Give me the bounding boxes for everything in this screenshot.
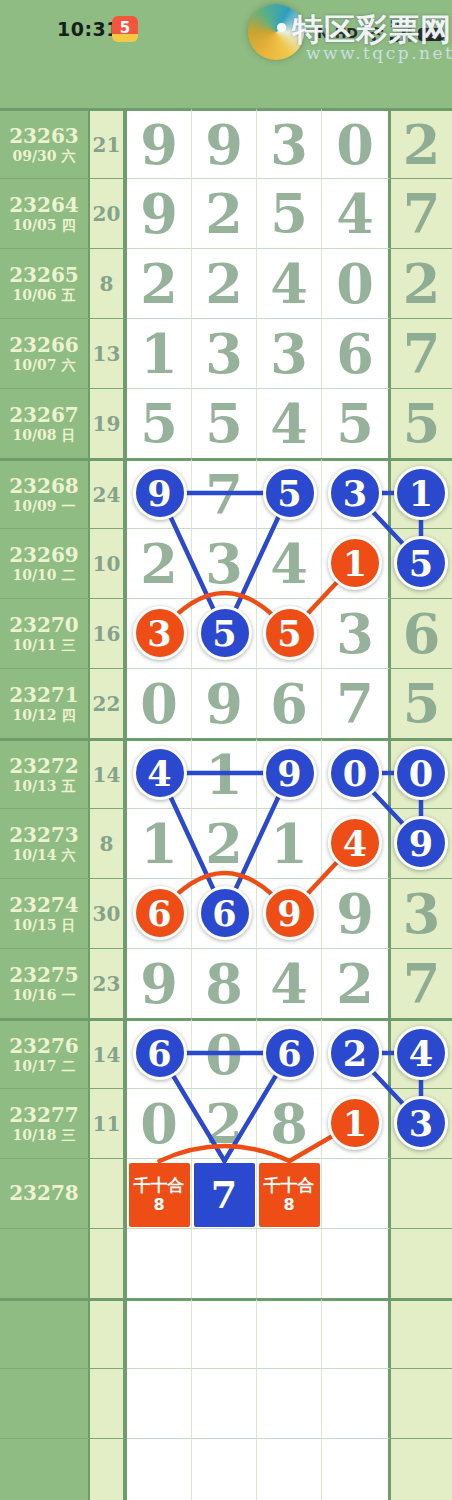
chart-row: 2327110/12 四2209675 bbox=[0, 668, 452, 738]
digit-cell[interactable]: 0 bbox=[322, 108, 391, 178]
digit-cell[interactable]: 5 bbox=[322, 388, 391, 458]
prediction-digit: 8 bbox=[153, 1196, 164, 1214]
tail-digit-cell[interactable]: 4 bbox=[391, 1018, 452, 1088]
digit-cell[interactable]: 8 bbox=[257, 1088, 322, 1158]
sum-cell: 19 bbox=[90, 388, 127, 458]
digit-cell[interactable]: 5 bbox=[127, 388, 192, 458]
issue-number: 23273 bbox=[9, 824, 79, 847]
signal-5g-icon: 5G bbox=[390, 20, 412, 42]
digit-cell[interactable]: 5 bbox=[192, 598, 257, 668]
issue-number: 23269 bbox=[9, 544, 79, 567]
sum-cell: 8 bbox=[90, 248, 127, 318]
issue-number: 23267 bbox=[9, 404, 79, 427]
digit-cell[interactable]: 3 bbox=[192, 318, 257, 388]
digit-cell[interactable]: 3 bbox=[127, 598, 192, 668]
tail-digit-cell[interactable]: 3 bbox=[391, 1088, 452, 1158]
digit-cell[interactable] bbox=[127, 1438, 192, 1500]
prediction-digit: 8 bbox=[283, 1196, 294, 1214]
digit-cell[interactable] bbox=[322, 1368, 391, 1438]
digit-cell[interactable] bbox=[257, 1438, 322, 1500]
digit-cell[interactable]: 4 bbox=[127, 738, 192, 808]
digit-cell[interactable]: 千十合8 bbox=[257, 1158, 322, 1228]
nfc-icon: N bbox=[317, 24, 329, 42]
issue-cell bbox=[0, 1368, 90, 1438]
digit-cell[interactable]: 9 bbox=[127, 948, 192, 1018]
chart-row bbox=[0, 1368, 452, 1438]
digit-cell[interactable] bbox=[322, 1438, 391, 1500]
prediction-cell-orange[interactable]: 千十合8 bbox=[259, 1163, 320, 1227]
digit-cell[interactable]: 2 bbox=[192, 1088, 257, 1158]
digit-cell[interactable]: 0 bbox=[322, 248, 391, 318]
tail-digit-cell[interactable]: 3 bbox=[391, 878, 452, 948]
toolbar: 撤销 清除 分享 保存 bbox=[0, 55, 452, 108]
digit-cell[interactable] bbox=[127, 1228, 192, 1298]
digit-cell[interactable] bbox=[192, 1368, 257, 1438]
digit-cell[interactable]: 1 bbox=[322, 1088, 391, 1158]
issue-cell: 2326910/10 二 bbox=[0, 528, 90, 598]
digit-cell[interactable]: 0 bbox=[127, 668, 192, 738]
digit-cell[interactable]: 1 bbox=[127, 318, 192, 388]
digit-cell[interactable]: 0 bbox=[322, 738, 391, 808]
sum-cell: 22 bbox=[90, 668, 127, 738]
tail-digit-cell[interactable]: 5 bbox=[391, 528, 452, 598]
sum-cell: 24 bbox=[90, 458, 127, 528]
prediction-cell-blue[interactable]: 7 bbox=[194, 1163, 255, 1227]
issue-cell: 23278 bbox=[0, 1158, 90, 1228]
tail-digit-cell[interactable] bbox=[391, 1228, 452, 1298]
digit-cell[interactable]: 7 bbox=[192, 458, 257, 528]
digit-cell[interactable]: 2 bbox=[127, 528, 192, 598]
chart-row: 2326309/30 六2199302 bbox=[0, 108, 452, 178]
chart-row: 2327710/18 三1102813 bbox=[0, 1088, 452, 1158]
issue-number: 23272 bbox=[9, 755, 79, 778]
issue-number: 23263 bbox=[9, 125, 79, 148]
tail-digit-cell[interactable]: 7 bbox=[391, 318, 452, 388]
issue-cell: 2327110/12 四 bbox=[0, 668, 90, 738]
digit-cell[interactable]: 1 bbox=[257, 808, 322, 878]
issue-cell: 2327010/11 三 bbox=[0, 598, 90, 668]
digit-cell[interactable]: 4 bbox=[257, 248, 322, 318]
digit-cell[interactable]: 6 bbox=[192, 878, 257, 948]
issue-cell: 2326410/05 四 bbox=[0, 178, 90, 248]
sum-cell: 16 bbox=[90, 598, 127, 668]
sum-cell bbox=[90, 1368, 127, 1438]
digit-cell[interactable] bbox=[257, 1368, 322, 1438]
digit-cell[interactable] bbox=[192, 1438, 257, 1500]
draw-date: 10/05 四 bbox=[13, 217, 76, 234]
digit-cell[interactable]: 5 bbox=[257, 178, 322, 248]
sum-cell: 14 bbox=[90, 738, 127, 808]
draw-date: 10/15 日 bbox=[13, 917, 76, 934]
draw-date: 10/16 一 bbox=[13, 987, 76, 1004]
chart-row bbox=[0, 1298, 452, 1368]
digit-cell[interactable]: 6 bbox=[127, 1018, 192, 1088]
sum-cell: 8 bbox=[90, 808, 127, 878]
digit-cell[interactable] bbox=[257, 1228, 322, 1298]
digit-cell[interactable]: 7 bbox=[192, 1158, 257, 1228]
issue-number: 23268 bbox=[9, 475, 79, 498]
tail-digit-cell[interactable]: 7 bbox=[391, 948, 452, 1018]
issue-cell bbox=[0, 1298, 90, 1368]
sum-cell bbox=[90, 1438, 127, 1500]
tail-digit-cell[interactable]: 5 bbox=[391, 388, 452, 458]
issue-number: 23275 bbox=[9, 964, 79, 987]
tail-digit-cell[interactable]: 0 bbox=[391, 738, 452, 808]
digit-cell[interactable]: 3 bbox=[322, 598, 391, 668]
draw-date: 10/13 五 bbox=[13, 778, 76, 795]
chart-row: 2327210/13 五1441900 bbox=[0, 738, 452, 808]
digit-cell[interactable]: 5 bbox=[192, 388, 257, 458]
digit-cell[interactable]: 6 bbox=[257, 668, 322, 738]
digit-cell[interactable]: 2 bbox=[127, 248, 192, 318]
digit-cell[interactable]: 5 bbox=[257, 458, 322, 528]
app-badge-icon: 5 bbox=[112, 16, 138, 42]
chart-row: 2327610/17 二1460624 bbox=[0, 1018, 452, 1088]
digit-cell[interactable]: 7 bbox=[322, 668, 391, 738]
chart-row: 2326710/08 日1955455 bbox=[0, 388, 452, 458]
chart-row: 2327410/15 日3066993 bbox=[0, 878, 452, 948]
draw-date: 09/30 六 bbox=[13, 148, 76, 165]
clock: 10:31 bbox=[57, 18, 120, 40]
digit-cell[interactable]: 6 bbox=[322, 318, 391, 388]
digit-cell[interactable]: 1 bbox=[322, 528, 391, 598]
sum-cell bbox=[90, 1228, 127, 1298]
status-bar: 10:31 5 N HD 5G bbox=[0, 0, 452, 55]
prediction-text: 千十合 bbox=[134, 1175, 185, 1196]
sum-cell: 13 bbox=[90, 318, 127, 388]
network-type: 5G bbox=[390, 20, 404, 28]
digit-cell[interactable]: 3 bbox=[322, 458, 391, 528]
tail-digit-cell[interactable]: 7 bbox=[391, 178, 452, 248]
issue-number: 23271 bbox=[9, 684, 79, 707]
chart-row: 2326410/05 四2092547 bbox=[0, 178, 452, 248]
issue-cell: 2327710/18 三 bbox=[0, 1088, 90, 1158]
issue-cell: 2327310/14 六 bbox=[0, 808, 90, 878]
digit-cell[interactable]: 9 bbox=[127, 458, 192, 528]
sum-cell bbox=[90, 1158, 127, 1228]
chart-row: 2326610/07 六1313367 bbox=[0, 318, 452, 388]
digit-cell[interactable]: 6 bbox=[127, 878, 192, 948]
chart-row: 2327510/16 一2398427 bbox=[0, 948, 452, 1018]
draw-date: 10/14 六 bbox=[13, 847, 76, 864]
draw-date: 10/12 四 bbox=[13, 707, 76, 724]
wifi-icon bbox=[364, 26, 384, 42]
digit-cell[interactable]: 5 bbox=[257, 598, 322, 668]
digit-cell[interactable]: 4 bbox=[257, 948, 322, 1018]
issue-number: 23265 bbox=[9, 264, 79, 287]
digit-cell[interactable] bbox=[192, 1298, 257, 1368]
digit-cell[interactable] bbox=[127, 1368, 192, 1438]
issue-cell: 2327510/16 一 bbox=[0, 948, 90, 1018]
digit-cell[interactable]: 3 bbox=[257, 318, 322, 388]
chart-row: 23278千十合87千十合8 bbox=[0, 1158, 452, 1228]
sum-cell: 10 bbox=[90, 528, 127, 598]
tail-digit-cell[interactable]: 6 bbox=[391, 598, 452, 668]
sum-cell: 11 bbox=[90, 1088, 127, 1158]
issue-cell: 2326309/30 六 bbox=[0, 108, 90, 178]
issue-cell: 2326510/06 五 bbox=[0, 248, 90, 318]
digit-cell[interactable]: 9 bbox=[257, 878, 322, 948]
issue-cell: 2327610/17 二 bbox=[0, 1018, 90, 1088]
badge-count: 5 bbox=[120, 19, 130, 37]
draw-date: 10/18 三 bbox=[13, 1127, 76, 1144]
digit-cell[interactable]: 2 bbox=[192, 178, 257, 248]
tail-digit-cell[interactable] bbox=[391, 1368, 452, 1438]
battery-icon bbox=[418, 27, 448, 42]
digit-cell[interactable]: 4 bbox=[322, 808, 391, 878]
digit-cell[interactable]: 9 bbox=[257, 738, 322, 808]
tail-digit-cell[interactable]: 2 bbox=[391, 108, 452, 178]
digit-cell[interactable]: 0 bbox=[127, 1088, 192, 1158]
digit-cell[interactable]: 1 bbox=[192, 738, 257, 808]
draw-date: 10/06 五 bbox=[13, 287, 76, 304]
issue-cell: 2326710/08 日 bbox=[0, 388, 90, 458]
issue-number: 23264 bbox=[9, 194, 79, 217]
digit-cell[interactable]: 0 bbox=[192, 1018, 257, 1088]
prediction-cell-orange[interactable]: 千十合8 bbox=[129, 1163, 190, 1227]
draw-date: 10/17 二 bbox=[13, 1058, 76, 1075]
digit-cell[interactable]: 9 bbox=[192, 108, 257, 178]
digit-cell[interactable]: 2 bbox=[192, 248, 257, 318]
trend-chart: 2326309/30 六21993022326410/05 四209254723… bbox=[0, 108, 452, 1500]
issue-cell: 2326810/09 一 bbox=[0, 458, 90, 528]
tail-digit-cell[interactable] bbox=[391, 1298, 452, 1368]
prediction-text: 千十合 bbox=[264, 1175, 315, 1196]
chart-grid: 2326309/30 六21993022326410/05 四209254723… bbox=[0, 108, 452, 1500]
draw-date: 10/08 日 bbox=[13, 427, 76, 444]
digit-cell[interactable]: 9 bbox=[192, 668, 257, 738]
digit-cell[interactable]: 4 bbox=[257, 528, 322, 598]
digit-cell[interactable] bbox=[322, 1298, 391, 1368]
issue-number: 23277 bbox=[9, 1104, 79, 1127]
chart-row: 2326810/09 一2497531 bbox=[0, 458, 452, 528]
chart-row: 2326510/06 五822402 bbox=[0, 248, 452, 318]
sum-cell: 21 bbox=[90, 108, 127, 178]
digit-cell[interactable]: 9 bbox=[127, 108, 192, 178]
digit-cell[interactable]: 3 bbox=[192, 528, 257, 598]
tail-digit-cell[interactable] bbox=[391, 1438, 452, 1500]
tail-digit-cell[interactable] bbox=[391, 1158, 452, 1228]
issue-cell: 2327410/15 日 bbox=[0, 878, 90, 948]
digit-cell[interactable]: 9 bbox=[127, 178, 192, 248]
issue-cell bbox=[0, 1228, 90, 1298]
digit-cell[interactable]: 2 bbox=[322, 948, 391, 1018]
issue-number: 23270 bbox=[9, 614, 79, 637]
digit-cell[interactable]: 2 bbox=[192, 808, 257, 878]
draw-date: 10/11 三 bbox=[13, 637, 76, 654]
sum-cell: 23 bbox=[90, 948, 127, 1018]
digit-cell[interactable]: 4 bbox=[322, 178, 391, 248]
draw-date: 10/09 一 bbox=[13, 498, 76, 515]
sum-cell: 20 bbox=[90, 178, 127, 248]
draw-date: 10/10 二 bbox=[13, 567, 76, 584]
digit-cell[interactable] bbox=[322, 1228, 391, 1298]
sum-cell bbox=[90, 1298, 127, 1368]
digit-cell[interactable] bbox=[322, 1158, 391, 1228]
sum-cell: 30 bbox=[90, 878, 127, 948]
issue-number: 23274 bbox=[9, 894, 79, 917]
status-icons: N HD 5G bbox=[317, 20, 448, 42]
chart-row: 2327310/14 六812149 bbox=[0, 808, 452, 878]
issue-number: 23276 bbox=[9, 1035, 79, 1058]
chart-row bbox=[0, 1228, 452, 1298]
draw-date: 10/07 六 bbox=[13, 357, 76, 374]
digit-cell[interactable]: 1 bbox=[127, 808, 192, 878]
digit-cell[interactable] bbox=[192, 1228, 257, 1298]
issue-number: 23266 bbox=[9, 334, 79, 357]
digit-cell[interactable]: 4 bbox=[257, 388, 322, 458]
digit-cell[interactable] bbox=[257, 1298, 322, 1368]
chart-row: 2326910/10 二1023415 bbox=[0, 528, 452, 598]
tail-digit-cell[interactable]: 2 bbox=[391, 248, 452, 318]
tail-digit-cell[interactable]: 1 bbox=[391, 458, 452, 528]
watermark-logo-icon bbox=[248, 4, 304, 60]
issue-cell: 2327210/13 五 bbox=[0, 738, 90, 808]
sum-cell: 14 bbox=[90, 1018, 127, 1088]
issue-number: 23278 bbox=[9, 1182, 79, 1205]
issue-cell: 2326610/07 六 bbox=[0, 318, 90, 388]
digit-cell[interactable] bbox=[127, 1298, 192, 1368]
prediction-digit: 7 bbox=[211, 1172, 237, 1217]
hd-icon: HD bbox=[335, 24, 358, 42]
tail-digit-cell[interactable]: 5 bbox=[391, 668, 452, 738]
tail-digit-cell[interactable]: 9 bbox=[391, 808, 452, 878]
digit-cell[interactable]: 9 bbox=[322, 878, 391, 948]
chart-row: 2327010/11 三1635536 bbox=[0, 598, 452, 668]
digit-cell[interactable]: 3 bbox=[257, 108, 322, 178]
digit-cell[interactable]: 8 bbox=[192, 948, 257, 1018]
digit-cell[interactable]: 千十合8 bbox=[127, 1158, 192, 1228]
digit-cell[interactable]: 2 bbox=[322, 1018, 391, 1088]
chart-row bbox=[0, 1438, 452, 1500]
digit-cell[interactable]: 6 bbox=[257, 1018, 322, 1088]
app-screen: 10:31 5 N HD 5G bbox=[0, 0, 452, 1500]
issue-cell bbox=[0, 1438, 90, 1500]
